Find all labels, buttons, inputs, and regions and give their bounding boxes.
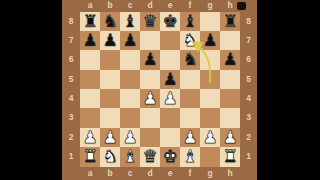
- file-label-e: e: [160, 167, 180, 180]
- square-a2[interactable]: ♟: [80, 128, 100, 147]
- piece-black-knight-f6[interactable]: ♞: [182, 50, 197, 69]
- piece-white-queen-d1[interactable]: ♛: [142, 147, 157, 166]
- square-a8[interactable]: ♜: [80, 12, 100, 31]
- file-label-f: f: [180, 167, 200, 180]
- square-a3[interactable]: [80, 108, 100, 127]
- rank-label-3: 3: [62, 108, 80, 127]
- piece-white-pawn-b2[interactable]: ♟: [102, 127, 117, 146]
- piece-white-pawn-d4[interactable]: ♟: [142, 89, 157, 108]
- square-f3[interactable]: [180, 108, 200, 127]
- file-label-a: a: [80, 167, 100, 180]
- square-e8[interactable]: ♚: [160, 12, 180, 31]
- piece-black-rook-h8[interactable]: ♜: [222, 11, 237, 30]
- square-h5[interactable]: [220, 70, 240, 89]
- square-h6[interactable]: ♟: [220, 50, 240, 69]
- piece-white-bishop-f1[interactable]: ♝: [182, 147, 197, 166]
- piece-white-knight-b1[interactable]: ♞: [102, 147, 117, 166]
- square-g5[interactable]: [200, 70, 220, 89]
- square-b4[interactable]: [100, 89, 120, 108]
- piece-white-pawn-f2[interactable]: ♟: [182, 127, 197, 146]
- square-g6[interactable]: [200, 50, 220, 69]
- rank-label-8: 8: [62, 12, 80, 31]
- square-b7[interactable]: ♟: [100, 31, 120, 50]
- piece-black-queen-d8[interactable]: ♛: [142, 11, 157, 30]
- square-d5[interactable]: [140, 70, 160, 89]
- square-g4[interactable]: [200, 89, 220, 108]
- square-b6[interactable]: [100, 50, 120, 69]
- file-labels-bottom: abcdefgh: [80, 167, 240, 180]
- piece-black-bishop-c8[interactable]: ♝: [122, 11, 137, 30]
- rank-label-7: 7: [62, 31, 80, 50]
- corner-logo-square: [237, 2, 246, 11]
- file-label-d: d: [140, 167, 160, 180]
- rank-labels-left: 87654321: [62, 12, 80, 167]
- square-a7[interactable]: ♟: [80, 31, 100, 50]
- square-f7[interactable]: ♞: [180, 31, 200, 50]
- piece-white-knight-f7[interactable]: ♞: [182, 30, 197, 49]
- square-g7[interactable]: ♟: [200, 31, 220, 50]
- square-c2[interactable]: ♟: [120, 128, 140, 147]
- square-a4[interactable]: [80, 89, 100, 108]
- square-d8[interactable]: ♛: [140, 12, 160, 31]
- square-f8[interactable]: ♝: [180, 12, 200, 31]
- piece-black-pawn-h6[interactable]: ♟: [222, 50, 237, 69]
- rank-label-1: 1: [240, 147, 257, 166]
- piece-white-pawn-h2[interactable]: ♟: [222, 127, 237, 146]
- file-label-b: b: [100, 167, 120, 180]
- square-e1[interactable]: ♚: [160, 147, 180, 166]
- piece-white-pawn-e4[interactable]: ♟: [162, 89, 177, 108]
- piece-white-pawn-a2[interactable]: ♟: [82, 127, 97, 146]
- piece-black-pawn-d6[interactable]: ♟: [142, 50, 157, 69]
- rank-label-5: 5: [62, 70, 80, 89]
- square-b2[interactable]: ♟: [100, 128, 120, 147]
- square-e6[interactable]: [160, 50, 180, 69]
- square-a6[interactable]: [80, 50, 100, 69]
- square-f5[interactable]: [180, 70, 200, 89]
- file-label-h: h: [220, 167, 240, 180]
- rank-labels-right: 87654321: [240, 12, 257, 167]
- square-b5[interactable]: [100, 70, 120, 89]
- piece-white-rook-a1[interactable]: ♜: [82, 147, 97, 166]
- square-h4[interactable]: [220, 89, 240, 108]
- square-g3[interactable]: [200, 108, 220, 127]
- file-label-g: g: [200, 167, 220, 180]
- square-c6[interactable]: [120, 50, 140, 69]
- square-d4[interactable]: ♟: [140, 89, 160, 108]
- rank-label-7: 7: [240, 31, 257, 50]
- rank-label-8: 8: [240, 12, 257, 31]
- square-a5[interactable]: [80, 70, 100, 89]
- square-d3[interactable]: [140, 108, 160, 127]
- piece-white-bishop-c1[interactable]: ♝: [122, 147, 137, 166]
- rank-label-2: 2: [62, 128, 80, 147]
- square-e7[interactable]: [160, 31, 180, 50]
- square-d6[interactable]: ♟: [140, 50, 160, 69]
- square-f1[interactable]: ♝: [180, 147, 200, 166]
- square-c5[interactable]: [120, 70, 140, 89]
- piece-black-pawn-a7[interactable]: ♟: [82, 30, 97, 49]
- square-h8[interactable]: ♜: [220, 12, 240, 31]
- square-e2[interactable]: [160, 128, 180, 147]
- piece-black-pawn-b7[interactable]: ♟: [102, 30, 117, 49]
- square-c1[interactable]: ♝: [120, 147, 140, 166]
- piece-white-rook-h1[interactable]: ♜: [222, 147, 237, 166]
- square-h1[interactable]: ♜: [220, 147, 240, 166]
- piece-white-pawn-c2[interactable]: ♟: [122, 127, 137, 146]
- chess-board: abcdefgh abcdefgh 87654321 87654321 ♜♞♝♛…: [62, 0, 257, 180]
- rank-label-3: 3: [240, 108, 257, 127]
- square-g1[interactable]: [200, 147, 220, 166]
- rank-label-2: 2: [240, 128, 257, 147]
- square-c3[interactable]: [120, 108, 140, 127]
- square-c4[interactable]: [120, 89, 140, 108]
- rank-label-1: 1: [62, 147, 80, 166]
- square-h2[interactable]: ♟: [220, 128, 240, 147]
- rank-label-6: 6: [240, 50, 257, 69]
- square-h3[interactable]: [220, 108, 240, 127]
- piece-black-king-e8[interactable]: ♚: [162, 11, 177, 30]
- square-e4[interactable]: ♟: [160, 89, 180, 108]
- piece-black-pawn-g7[interactable]: ♟: [202, 30, 217, 49]
- piece-black-bishop-f8[interactable]: ♝: [182, 11, 197, 30]
- file-label-c: c: [120, 167, 140, 180]
- piece-black-pawn-c7[interactable]: ♟: [122, 30, 137, 49]
- squares-grid: ♜♞♝♛♚♝♜♟♟♟♞♟♟♞♟♟♟♟♟♟♟♟♟♟♜♞♝♛♚♝♜: [80, 12, 240, 167]
- square-b1[interactable]: ♞: [100, 147, 120, 166]
- square-g2[interactable]: ♟: [200, 128, 220, 147]
- square-d7[interactable]: [140, 31, 160, 50]
- square-b8[interactable]: ♞: [100, 12, 120, 31]
- square-d1[interactable]: ♛: [140, 147, 160, 166]
- square-a1[interactable]: ♜: [80, 147, 100, 166]
- rank-label-4: 4: [240, 89, 257, 108]
- square-e3[interactable]: [160, 108, 180, 127]
- piece-white-pawn-g2[interactable]: ♟: [202, 127, 217, 146]
- piece-white-king-e1[interactable]: ♚: [162, 147, 177, 166]
- square-h7[interactable]: [220, 31, 240, 50]
- square-c7[interactable]: ♟: [120, 31, 140, 50]
- square-e5[interactable]: ♟: [160, 70, 180, 89]
- file-label-g: g: [200, 0, 220, 12]
- square-f2[interactable]: ♟: [180, 128, 200, 147]
- square-d2[interactable]: [140, 128, 160, 147]
- square-c8[interactable]: ♝: [120, 12, 140, 31]
- piece-black-pawn-e5[interactable]: ♟: [162, 69, 177, 88]
- rank-label-6: 6: [62, 50, 80, 69]
- square-b3[interactable]: [100, 108, 120, 127]
- square-g8[interactable]: [200, 12, 220, 31]
- piece-black-knight-b8[interactable]: ♞: [102, 11, 117, 30]
- square-f6[interactable]: ♞: [180, 50, 200, 69]
- square-f4[interactable]: [180, 89, 200, 108]
- rank-label-5: 5: [240, 70, 257, 89]
- rank-label-4: 4: [62, 89, 80, 108]
- piece-black-rook-a8[interactable]: ♜: [82, 11, 97, 30]
